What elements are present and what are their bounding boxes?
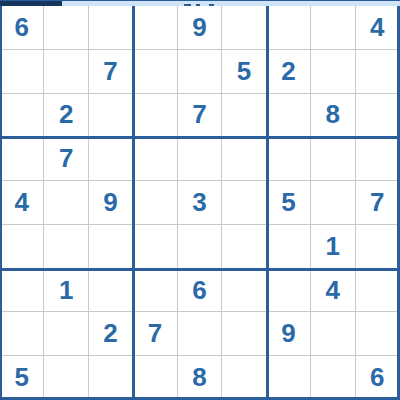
cell-r7c7[interactable] <box>267 269 311 313</box>
cell-r1c6[interactable] <box>222 6 266 50</box>
cell-r7c5[interactable]: 6 <box>178 269 222 313</box>
cell-r6c2[interactable] <box>44 225 88 269</box>
cell-r3c7[interactable] <box>267 94 311 138</box>
cell-r9c1[interactable]: 5 <box>0 356 44 400</box>
cell-r8c3[interactable]: 2 <box>89 312 133 356</box>
cell-r4c6[interactable] <box>222 137 266 181</box>
cell-r4c2[interactable]: 7 <box>44 137 88 181</box>
cell-r4c3[interactable] <box>89 137 133 181</box>
cell-r2c7[interactable]: 2 <box>267 50 311 94</box>
cell-r2c9[interactable] <box>356 50 400 94</box>
cell-r3c4[interactable] <box>133 94 177 138</box>
sudoku-app: 6947522787493571164279586 <box>0 0 400 400</box>
cell-r8c6[interactable] <box>222 312 266 356</box>
cell-r3c5[interactable]: 7 <box>178 94 222 138</box>
cell-r1c3[interactable] <box>89 6 133 50</box>
cell-r8c4[interactable]: 7 <box>133 312 177 356</box>
cell-r7c8[interactable]: 4 <box>311 269 355 313</box>
cell-r5c7[interactable]: 5 <box>267 181 311 225</box>
cell-r9c2[interactable] <box>44 356 88 400</box>
cell-r6c6[interactable] <box>222 225 266 269</box>
cell-r2c3[interactable]: 7 <box>89 50 133 94</box>
cell-r6c1[interactable] <box>0 225 44 269</box>
cell-r9c4[interactable] <box>133 356 177 400</box>
cell-r6c3[interactable] <box>89 225 133 269</box>
cell-r5c8[interactable] <box>311 181 355 225</box>
cell-r1c9[interactable]: 4 <box>356 6 400 50</box>
cell-r1c4[interactable] <box>133 6 177 50</box>
cell-r8c9[interactable] <box>356 312 400 356</box>
cell-r3c2[interactable]: 2 <box>44 94 88 138</box>
cell-r9c7[interactable] <box>267 356 311 400</box>
cell-r9c9[interactable]: 6 <box>356 356 400 400</box>
cell-r5c4[interactable] <box>133 181 177 225</box>
cell-r1c7[interactable] <box>267 6 311 50</box>
cell-r6c8[interactable]: 1 <box>311 225 355 269</box>
cell-r7c9[interactable] <box>356 269 400 313</box>
cell-r5c9[interactable]: 7 <box>356 181 400 225</box>
cell-r9c8[interactable] <box>311 356 355 400</box>
cell-r3c3[interactable] <box>89 94 133 138</box>
cell-r2c4[interactable] <box>133 50 177 94</box>
cell-r8c2[interactable] <box>44 312 88 356</box>
cell-r4c1[interactable] <box>0 137 44 181</box>
cell-r5c3[interactable]: 9 <box>89 181 133 225</box>
cell-r5c2[interactable] <box>44 181 88 225</box>
cell-r9c5[interactable]: 8 <box>178 356 222 400</box>
cell-r6c5[interactable] <box>178 225 222 269</box>
cell-r2c2[interactable] <box>44 50 88 94</box>
cell-r5c1[interactable]: 4 <box>0 181 44 225</box>
cell-r2c6[interactable]: 5 <box>222 50 266 94</box>
cell-r5c5[interactable]: 3 <box>178 181 222 225</box>
cell-r6c7[interactable] <box>267 225 311 269</box>
cell-r8c5[interactable] <box>178 312 222 356</box>
cell-r4c7[interactable] <box>267 137 311 181</box>
cell-r3c9[interactable] <box>356 94 400 138</box>
cell-r3c1[interactable] <box>0 94 44 138</box>
cell-r7c6[interactable] <box>222 269 266 313</box>
sudoku-board: 6947522787493571164279586 <box>0 6 400 400</box>
cell-r9c6[interactable] <box>222 356 266 400</box>
cell-r6c9[interactable] <box>356 225 400 269</box>
cell-r8c8[interactable] <box>311 312 355 356</box>
cell-r2c5[interactable] <box>178 50 222 94</box>
cell-r1c2[interactable] <box>44 6 88 50</box>
cell-r4c9[interactable] <box>356 137 400 181</box>
cell-r3c8[interactable]: 8 <box>311 94 355 138</box>
cell-r7c4[interactable] <box>133 269 177 313</box>
cell-r8c7[interactable]: 9 <box>267 312 311 356</box>
cell-r9c3[interactable] <box>89 356 133 400</box>
cell-r3c6[interactable] <box>222 94 266 138</box>
cell-r4c5[interactable] <box>178 137 222 181</box>
cell-r7c3[interactable] <box>89 269 133 313</box>
cell-r2c8[interactable] <box>311 50 355 94</box>
cell-r1c8[interactable] <box>311 6 355 50</box>
cell-r2c1[interactable] <box>0 50 44 94</box>
cell-r5c6[interactable] <box>222 181 266 225</box>
cell-r7c2[interactable]: 1 <box>44 269 88 313</box>
cell-r4c8[interactable] <box>311 137 355 181</box>
cell-r7c1[interactable] <box>0 269 44 313</box>
cell-r6c4[interactable] <box>133 225 177 269</box>
cell-r1c5[interactable]: 9 <box>178 6 222 50</box>
cell-r8c1[interactable] <box>0 312 44 356</box>
cell-r4c4[interactable] <box>133 137 177 181</box>
cell-r1c1[interactable]: 6 <box>0 6 44 50</box>
